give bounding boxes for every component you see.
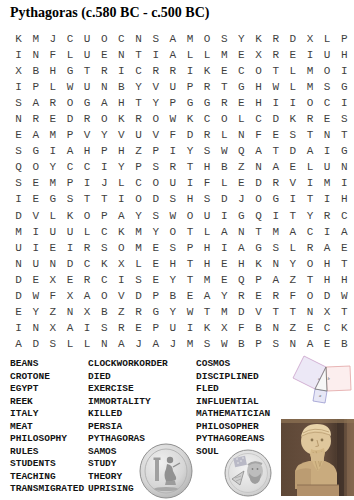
grid-cell[interactable]: L [199,47,216,63]
grid-cell[interactable]: P [61,127,78,143]
grid-cell[interactable]: N [10,111,27,127]
grid-cell[interactable]: Y [284,256,301,272]
grid-cell[interactable]: Z [284,272,301,288]
grid-cell[interactable]: Z [130,143,147,159]
grid-cell[interactable]: V [113,127,130,143]
grid-cell[interactable]: M [216,304,233,320]
grid-cell[interactable]: A [27,127,44,143]
grid-cell[interactable]: G [336,79,353,95]
grid-cell[interactable]: G [44,191,61,207]
grid-cell[interactable]: P [96,143,113,159]
grid-cell[interactable]: I [319,191,336,207]
grid-cell[interactable]: C [130,63,147,79]
grid-cell[interactable]: B [27,63,44,79]
grid-cell[interactable]: O [164,224,181,240]
grid-cell[interactable]: Y [147,95,164,111]
grid-cell[interactable]: R [79,111,96,127]
grid-cell[interactable]: M [199,272,216,288]
grid-cell[interactable]: Z [284,320,301,336]
grid-cell[interactable]: W [181,304,198,320]
grid-cell[interactable]: H [113,95,130,111]
grid-cell[interactable]: G [181,95,198,111]
grid-cell[interactable]: R [27,111,44,127]
grid-cell[interactable]: T [284,208,301,224]
grid-cell[interactable]: P [336,31,353,47]
grid-cell[interactable]: E [216,272,233,288]
grid-cell[interactable]: T [267,143,284,159]
grid-cell[interactable]: I [44,143,61,159]
grid-cell[interactable]: L [181,47,198,63]
grid-cell[interactable]: Q [233,143,250,159]
grid-cell[interactable]: R [301,111,318,127]
grid-cell[interactable]: F [44,288,61,304]
grid-cell[interactable]: Y [96,127,113,143]
grid-cell[interactable]: L [79,224,96,240]
grid-cell[interactable]: Q [250,208,267,224]
grid-cell[interactable]: U [79,47,96,63]
grid-cell[interactable]: X [113,256,130,272]
grid-cell[interactable]: S [130,272,147,288]
grid-cell[interactable]: N [130,31,147,47]
grid-cell[interactable]: E [96,47,113,63]
grid-cell[interactable]: A [113,336,130,352]
grid-cell[interactable]: A [199,288,216,304]
grid-cell[interactable]: I [79,175,96,191]
grid-cell[interactable]: V [79,127,96,143]
grid-cell[interactable]: N [61,304,78,320]
grid-cell[interactable]: P [147,143,164,159]
grid-cell[interactable]: U [164,175,181,191]
grid-cell[interactable]: E [130,320,147,336]
grid-cell[interactable]: U [130,127,147,143]
grid-cell[interactable]: T [130,95,147,111]
grid-cell[interactable]: D [147,191,164,207]
grid-cell[interactable]: M [319,175,336,191]
grid-cell[interactable]: L [113,175,130,191]
grid-cell[interactable]: O [113,240,130,256]
grid-cell[interactable]: T [216,79,233,95]
grid-cell[interactable]: O [199,31,216,47]
grid-cell[interactable]: L [44,79,61,95]
grid-cell[interactable]: K [96,256,113,272]
grid-cell[interactable]: O [96,111,113,127]
grid-cell[interactable]: D [10,272,27,288]
grid-cell[interactable]: C [301,224,318,240]
grid-cell[interactable]: R [267,175,284,191]
grid-cell[interactable]: E [27,272,44,288]
grid-cell[interactable]: N [113,47,130,63]
grid-cell[interactable]: A [164,47,181,63]
grid-cell[interactable]: U [27,256,44,272]
grid-cell[interactable]: N [267,256,284,272]
grid-cell[interactable]: U [79,31,96,47]
grid-cell[interactable]: T [267,63,284,79]
grid-cell[interactable]: N [336,159,353,175]
grid-cell[interactable]: H [113,143,130,159]
grid-cell[interactable]: S [267,240,284,256]
grid-cell[interactable]: E [267,127,284,143]
grid-cell[interactable]: O [96,288,113,304]
grid-cell[interactable]: J [233,191,250,207]
grid-cell[interactable]: Y [301,208,318,224]
grid-cell[interactable]: U [44,224,61,240]
grid-cell[interactable]: E [147,256,164,272]
grid-cell[interactable]: A [250,143,267,159]
grid-cell[interactable]: R [79,240,96,256]
grid-cell[interactable]: G [267,191,284,207]
grid-cell[interactable]: W [216,143,233,159]
grid-cell[interactable]: R [164,63,181,79]
grid-cell[interactable]: I [113,63,130,79]
grid-cell[interactable]: R [267,47,284,63]
grid-cell[interactable]: T [181,272,198,288]
grid-cell[interactable]: J [164,336,181,352]
grid-cell[interactable]: S [199,336,216,352]
grid-cell[interactable]: A [216,224,233,240]
grid-cell[interactable]: M [10,224,27,240]
grid-cell[interactable]: D [284,143,301,159]
grid-cell[interactable]: V [113,288,130,304]
grid-cell[interactable]: I [10,47,27,63]
grid-cell[interactable]: R [113,320,130,336]
grid-cell[interactable]: A [61,143,78,159]
grid-cell[interactable]: T [284,304,301,320]
grid-cell[interactable]: V [250,304,267,320]
grid-cell[interactable]: W [61,79,78,95]
grid-cell[interactable]: F [164,127,181,143]
grid-cell[interactable]: D [267,111,284,127]
grid-cell[interactable]: D [233,304,250,320]
grid-cell[interactable]: S [267,336,284,352]
grid-cell[interactable]: W [164,208,181,224]
grid-cell[interactable]: O [79,208,96,224]
grid-cell[interactable]: W [336,288,353,304]
grid-cell[interactable]: X [61,288,78,304]
grid-cell[interactable]: R [96,63,113,79]
grid-cell[interactable]: K [250,31,267,47]
grid-cell[interactable]: H [199,256,216,272]
grid-cell[interactable]: N [27,320,44,336]
grid-cell[interactable]: Z [233,159,250,175]
grid-cell[interactable]: S [284,127,301,143]
grid-cell[interactable]: C [61,159,78,175]
grid-cell[interactable]: O [250,191,267,207]
grid-cell[interactable]: K [61,208,78,224]
grid-cell[interactable]: P [250,272,267,288]
grid-cell[interactable]: K [113,224,130,240]
grid-cell[interactable]: E [44,240,61,256]
grid-cell[interactable]: P [96,208,113,224]
grid-cell[interactable]: I [267,208,284,224]
grid-cell[interactable]: Y [216,288,233,304]
grid-cell[interactable]: V [284,175,301,191]
grid-cell[interactable]: U [61,224,78,240]
grid-cell[interactable]: D [250,175,267,191]
grid-cell[interactable]: O [250,63,267,79]
grid-cell[interactable]: K [250,256,267,272]
grid-cell[interactable]: A [336,224,353,240]
grid-cell[interactable]: E [147,272,164,288]
grid-cell[interactable]: K [199,320,216,336]
grid-cell[interactable]: T [79,63,96,79]
grid-cell[interactable]: M [216,47,233,63]
grid-cell[interactable]: E [250,288,267,304]
grid-cell[interactable]: D [216,191,233,207]
grid-cell[interactable]: C [79,256,96,272]
grid-cell[interactable]: E [233,47,250,63]
grid-cell[interactable]: R [301,240,318,256]
grid-cell[interactable]: C [199,111,216,127]
grid-cell[interactable]: K [10,31,27,47]
grid-cell[interactable]: W [164,111,181,127]
grid-cell[interactable]: S [44,336,61,352]
grid-cell[interactable]: T [181,159,198,175]
grid-cell[interactable]: Z [44,304,61,320]
grid-cell[interactable]: I [284,191,301,207]
grid-cell[interactable]: L [130,256,147,272]
grid-cell[interactable]: L [284,79,301,95]
grid-cell[interactable]: Y [233,31,250,47]
grid-cell[interactable]: N [250,159,267,175]
grid-cell[interactable]: U [10,240,27,256]
grid-cell[interactable]: I [336,63,353,79]
grid-cell[interactable]: R [267,31,284,47]
grid-cell[interactable]: I [284,95,301,111]
grid-cell[interactable]: H [336,191,353,207]
grid-cell[interactable]: T [301,127,318,143]
grid-cell[interactable]: E [216,256,233,272]
grid-cell[interactable]: Y [27,304,44,320]
grid-cell[interactable]: S [10,143,27,159]
grid-cell[interactable]: L [216,127,233,143]
grid-cell[interactable]: Y [44,159,61,175]
grid-cell[interactable]: T [79,191,96,207]
grid-cell[interactable]: U [164,79,181,95]
grid-cell[interactable]: R [130,304,147,320]
grid-cell[interactable]: B [250,320,267,336]
grid-cell[interactable]: N [10,256,27,272]
grid-cell[interactable]: E [284,159,301,175]
grid-cell[interactable]: B [113,79,130,95]
grid-cell[interactable]: D [181,127,198,143]
grid-cell[interactable]: C [319,95,336,111]
grid-cell[interactable]: I [10,320,27,336]
grid-cell[interactable]: S [147,208,164,224]
grid-cell[interactable]: N [319,127,336,143]
grid-cell[interactable]: D [130,288,147,304]
grid-cell[interactable]: X [216,320,233,336]
grid-cell[interactable]: A [301,143,318,159]
grid-cell[interactable]: A [79,288,96,304]
grid-cell[interactable]: R [130,111,147,127]
grid-cell[interactable]: I [301,47,318,63]
grid-cell[interactable]: L [319,31,336,47]
grid-cell[interactable]: C [96,272,113,288]
grid-cell[interactable]: K [199,63,216,79]
grid-cell[interactable]: P [147,320,164,336]
grid-cell[interactable]: T [199,304,216,320]
grid-cell[interactable]: F [250,127,267,143]
grid-cell[interactable]: P [61,175,78,191]
grid-cell[interactable]: X [10,63,27,79]
grid-cell[interactable]: M [181,31,198,47]
grid-cell[interactable]: T [181,224,198,240]
grid-cell[interactable]: E [10,304,27,320]
grid-cell[interactable]: C [336,208,353,224]
grid-cell[interactable]: D [319,288,336,304]
grid-cell[interactable]: Y [164,304,181,320]
grid-cell[interactable]: V [147,127,164,143]
grid-cell[interactable]: L [284,240,301,256]
grid-cell[interactable]: S [199,143,216,159]
grid-cell[interactable]: S [96,240,113,256]
grid-cell[interactable]: M [267,224,284,240]
grid-cell[interactable]: E [44,111,61,127]
grid-cell[interactable]: S [164,191,181,207]
grid-cell[interactable]: A [284,224,301,240]
grid-cell[interactable]: E [27,175,44,191]
grid-cell[interactable]: I [10,191,27,207]
grid-cell[interactable]: I [96,159,113,175]
grid-cell[interactable]: P [147,288,164,304]
grid-cell[interactable]: E [61,272,78,288]
grid-cell[interactable]: Y [147,224,164,240]
grid-cell[interactable]: T [301,191,318,207]
grid-cell[interactable]: E [233,95,250,111]
grid-cell[interactable]: A [267,159,284,175]
grid-cell[interactable]: Y [130,79,147,95]
grid-cell[interactable]: D [61,256,78,272]
grid-cell[interactable]: R [233,288,250,304]
grid-cell[interactable]: G [199,95,216,111]
grid-cell[interactable]: A [319,240,336,256]
grid-cell[interactable]: I [267,95,284,111]
grid-cell[interactable]: S [199,191,216,207]
grid-cell[interactable]: G [233,208,250,224]
grid-cell[interactable]: C [96,224,113,240]
grid-cell[interactable]: O [181,208,198,224]
grid-cell[interactable]: G [61,63,78,79]
grid-cell[interactable]: N [267,320,284,336]
grid-cell[interactable]: O [216,111,233,127]
grid-cell[interactable]: L [79,336,96,352]
grid-cell[interactable]: T [250,224,267,240]
grid-cell[interactable]: A [233,240,250,256]
grid-cell[interactable]: P [250,336,267,352]
grid-cell[interactable]: C [250,111,267,127]
grid-cell[interactable]: K [181,111,198,127]
grid-cell[interactable]: V [147,79,164,95]
grid-cell[interactable]: E [301,320,318,336]
grid-cell[interactable]: I [164,143,181,159]
grid-cell[interactable]: F [44,47,61,63]
grid-cell[interactable]: H [199,159,216,175]
grid-cell[interactable]: M [44,175,61,191]
grid-cell[interactable]: T [96,191,113,207]
grid-cell[interactable]: A [61,320,78,336]
grid-cell[interactable]: S [336,111,353,127]
grid-cell[interactable]: H [319,272,336,288]
grid-cell[interactable]: M [181,336,198,352]
grid-cell[interactable]: W [267,79,284,95]
grid-cell[interactable]: H [250,79,267,95]
grid-cell[interactable]: I [216,240,233,256]
grid-cell[interactable]: A [267,272,284,288]
grid-cell[interactable]: K [113,111,130,127]
grid-cell[interactable]: C [233,63,250,79]
grid-cell[interactable]: L [199,224,216,240]
grid-cell[interactable]: G [147,304,164,320]
grid-cell[interactable]: H [336,47,353,63]
grid-cell[interactable]: G [250,240,267,256]
grid-cell[interactable]: P [27,79,44,95]
grid-cell[interactable]: R [44,95,61,111]
grid-cell[interactable]: C [130,175,147,191]
grid-cell[interactable]: X [44,320,61,336]
grid-cell[interactable]: J [130,336,147,352]
grid-cell[interactable]: Q [233,272,250,288]
grid-cell[interactable]: I [147,47,164,63]
grid-cell[interactable]: A [27,95,44,111]
grid-cell[interactable]: I [113,191,130,207]
grid-cell[interactable]: G [27,143,44,159]
grid-cell[interactable]: F [233,320,250,336]
grid-cell[interactable]: I [10,79,27,95]
grid-cell[interactable]: I [79,320,96,336]
grid-cell[interactable]: E [216,63,233,79]
grid-cell[interactable]: S [319,79,336,95]
grid-cell[interactable]: Y [113,159,130,175]
grid-cell[interactable]: H [79,143,96,159]
grid-cell[interactable]: M [301,79,318,95]
grid-cell[interactable]: E [319,111,336,127]
grid-cell[interactable]: I [319,143,336,159]
grid-cell[interactable]: I [336,175,353,191]
grid-cell[interactable]: T [336,304,353,320]
grid-cell[interactable]: E [284,47,301,63]
grid-cell[interactable]: P [130,159,147,175]
grid-cell[interactable]: C [319,320,336,336]
grid-cell[interactable]: H [336,272,353,288]
grid-cell[interactable]: O [27,159,44,175]
grid-cell[interactable]: E [233,175,250,191]
grid-cell[interactable]: U [79,79,96,95]
grid-cell[interactable]: Y [181,143,198,159]
grid-cell[interactable]: X [44,272,61,288]
grid-cell[interactable]: O [301,95,318,111]
grid-cell[interactable]: T [130,47,147,63]
grid-cell[interactable]: V [27,208,44,224]
grid-cell[interactable]: I [61,240,78,256]
grid-cell[interactable]: A [147,336,164,352]
grid-cell[interactable]: A [10,336,27,352]
grid-cell[interactable]: O [301,256,318,272]
grid-cell[interactable]: N [233,127,250,143]
grid-cell[interactable]: S [61,191,78,207]
grid-cell[interactable]: B [96,304,113,320]
grid-cell[interactable]: X [250,47,267,63]
grid-cell[interactable]: Z [113,304,130,320]
grid-cell[interactable]: D [61,111,78,127]
grid-cell[interactable]: N [96,79,113,95]
grid-cell[interactable]: M [44,127,61,143]
grid-cell[interactable]: F [284,288,301,304]
grid-cell[interactable]: S [147,159,164,175]
grid-cell[interactable]: O [147,111,164,127]
grid-cell[interactable]: P [164,95,181,111]
grid-cell[interactable]: C [113,31,130,47]
grid-cell[interactable]: M [301,63,318,79]
